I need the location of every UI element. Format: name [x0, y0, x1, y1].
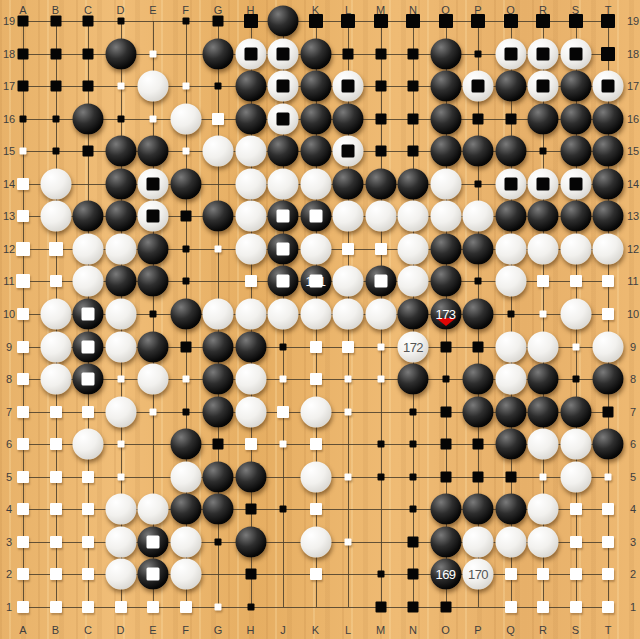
black-stone-F10[interactable] — [170, 298, 201, 329]
white-territory-marker-L12[interactable] — [342, 243, 354, 255]
black-territory-marker-A18[interactable] — [18, 48, 29, 59]
black-stone-D15[interactable] — [105, 136, 136, 167]
white-territory-marker-D8[interactable] — [117, 376, 124, 383]
white-stone-O14[interactable] — [430, 168, 461, 199]
white-territory-marker-A10[interactable] — [17, 308, 29, 320]
black-territory-marker-C19[interactable] — [83, 16, 94, 27]
white-stone-C11[interactable] — [73, 266, 104, 297]
white-stone-L13[interactable] — [333, 201, 364, 232]
black-territory-marker-F9[interactable] — [180, 341, 191, 352]
black-territory-marker-F13[interactable] — [180, 211, 191, 222]
black-stone-P8[interactable] — [463, 364, 494, 395]
black-territory-marker-P19[interactable] — [471, 14, 485, 28]
black-stone-K17[interactable] — [300, 71, 331, 102]
white-stone-K12[interactable] — [300, 233, 331, 264]
white-stone-K10[interactable] — [300, 298, 331, 329]
white-territory-marker-K6[interactable] — [310, 438, 322, 450]
white-stone-B8[interactable] — [40, 364, 71, 395]
black-territory-marker-N1[interactable] — [408, 601, 419, 612]
black-territory-marker-N17[interactable] — [408, 81, 419, 92]
black-stone-G4[interactable] — [203, 494, 234, 525]
white-territory-marker-J7[interactable] — [277, 406, 289, 418]
black-territory-marker-M1[interactable] — [375, 601, 386, 612]
black-stone-E12[interactable] — [138, 233, 169, 264]
white-stone-B13[interactable] — [40, 201, 71, 232]
white-territory-marker-T3[interactable] — [602, 536, 614, 548]
black-territory-marker-N6[interactable] — [410, 441, 417, 448]
black-stone-T14[interactable] — [593, 168, 624, 199]
black-stone-O16[interactable] — [430, 103, 461, 134]
white-stone-S6[interactable] — [560, 429, 591, 460]
white-territory-marker-R5[interactable] — [540, 473, 547, 480]
white-territory-marker-K4[interactable] — [310, 503, 322, 515]
black-stone-S16[interactable] — [560, 103, 591, 134]
black-stone-N10[interactable] — [398, 298, 429, 329]
black-territory-marker-O1[interactable] — [440, 601, 451, 612]
white-territory-marker-S11[interactable] — [570, 275, 582, 287]
black-stone-Q6[interactable] — [495, 429, 526, 460]
white-territory-marker-A4[interactable] — [17, 503, 29, 515]
white-territory-marker-F15[interactable] — [182, 148, 189, 155]
white-territory-marker-F17[interactable] — [182, 83, 189, 90]
black-territory-marker-T7[interactable] — [603, 406, 614, 417]
black-territory-marker-A16[interactable] — [20, 115, 27, 122]
white-stone-S5[interactable] — [560, 461, 591, 492]
white-stone-F5[interactable] — [170, 461, 201, 492]
white-territory-marker-B5[interactable] — [50, 471, 62, 483]
black-stone-G5[interactable] — [203, 461, 234, 492]
white-territory-marker-S9[interactable] — [572, 343, 579, 350]
white-territory-marker-B12[interactable] — [49, 242, 63, 256]
white-stone-R6[interactable] — [528, 429, 559, 460]
black-stone-J15[interactable] — [268, 136, 299, 167]
black-territory-marker-M15[interactable] — [375, 146, 386, 157]
black-territory-marker-A19[interactable] — [18, 16, 29, 27]
white-stone-B14[interactable] — [40, 168, 71, 199]
black-stone-O17[interactable] — [430, 71, 461, 102]
black-territory-marker-B15[interactable] — [52, 148, 59, 155]
white-territory-marker-M12[interactable] — [375, 243, 387, 255]
black-stone-T15[interactable] — [593, 136, 624, 167]
white-stone-D10[interactable] — [105, 298, 136, 329]
black-stone-P15[interactable] — [463, 136, 494, 167]
black-stone-F4[interactable] — [170, 494, 201, 525]
white-territory-marker-A13[interactable] — [17, 210, 29, 222]
black-territory-marker-Q16[interactable] — [505, 113, 516, 124]
black-stone-G7[interactable] — [203, 396, 234, 427]
black-territory-marker-N3[interactable] — [408, 536, 419, 547]
black-stone-E15[interactable] — [138, 136, 169, 167]
black-territory-marker-R15[interactable] — [540, 148, 547, 155]
white-territory-marker-H6[interactable] — [245, 438, 257, 450]
white-territory-marker-A12[interactable] — [16, 242, 30, 256]
black-stone-S15[interactable] — [560, 136, 591, 167]
white-territory-marker-A14[interactable] — [17, 178, 29, 190]
black-stone-C13[interactable] — [73, 201, 104, 232]
black-stone-Q15[interactable] — [495, 136, 526, 167]
white-territory-marker-K2[interactable] — [310, 568, 322, 580]
black-territory-marker-P11[interactable] — [475, 278, 482, 285]
white-territory-marker-E7[interactable] — [150, 408, 157, 415]
black-territory-marker-H2[interactable] — [245, 569, 256, 580]
black-stone-H9[interactable] — [235, 331, 266, 362]
black-stone-E9[interactable] — [138, 331, 169, 362]
black-stone-O12[interactable] — [430, 233, 461, 264]
black-territory-marker-L19[interactable] — [341, 14, 355, 28]
white-territory-marker-A15[interactable] — [20, 148, 27, 155]
black-stone-G8[interactable] — [203, 364, 234, 395]
black-territory-marker-E10[interactable] — [150, 310, 157, 317]
white-territory-marker-J8[interactable] — [280, 376, 287, 383]
black-stone-O15[interactable] — [430, 136, 461, 167]
black-stone-L16[interactable] — [333, 103, 364, 134]
black-territory-marker-N16[interactable] — [408, 113, 419, 124]
white-territory-marker-T10[interactable] — [602, 308, 614, 320]
black-territory-marker-P18[interactable] — [475, 50, 482, 57]
black-stone-R13[interactable] — [528, 201, 559, 232]
white-territory-marker-G1[interactable] — [215, 603, 222, 610]
white-stone-G10[interactable] — [203, 298, 234, 329]
white-stone-D3[interactable] — [105, 526, 136, 557]
black-stone-T6[interactable] — [593, 429, 624, 460]
white-stone-T12[interactable] — [593, 233, 624, 264]
white-stone-N12[interactable] — [398, 233, 429, 264]
black-territory-marker-O9[interactable] — [440, 341, 451, 352]
black-territory-marker-T18[interactable] — [601, 47, 615, 61]
black-territory-marker-H1[interactable] — [247, 603, 254, 610]
black-territory-marker-M17[interactable] — [375, 81, 386, 92]
black-stone-N14[interactable] — [398, 168, 429, 199]
black-territory-marker-F11[interactable] — [182, 278, 189, 285]
black-territory-marker-L18[interactable] — [343, 48, 354, 59]
white-stone-K7[interactable] — [300, 396, 331, 427]
black-territory-marker-C18[interactable] — [83, 48, 94, 59]
white-stone-P13[interactable] — [463, 201, 494, 232]
white-stone-F2[interactable] — [170, 559, 201, 590]
black-territory-marker-M6[interactable] — [377, 441, 384, 448]
white-territory-marker-F8[interactable] — [182, 376, 189, 383]
black-stone-O18[interactable] — [430, 38, 461, 69]
white-stone-D12[interactable] — [105, 233, 136, 264]
white-territory-marker-D6[interactable] — [117, 441, 124, 448]
white-territory-marker-C1[interactable] — [82, 601, 94, 613]
black-territory-marker-O19[interactable] — [439, 14, 453, 28]
black-territory-marker-O6[interactable] — [440, 439, 451, 450]
black-stone-D13[interactable] — [105, 201, 136, 232]
white-stone-E4[interactable] — [138, 494, 169, 525]
white-territory-marker-B4[interactable] — [50, 503, 62, 515]
white-territory-marker-K8[interactable] — [310, 373, 322, 385]
white-territory-marker-C7[interactable] — [82, 406, 94, 418]
black-territory-marker-D19[interactable] — [117, 18, 124, 25]
white-stone-C6[interactable] — [73, 429, 104, 460]
white-territory-marker-A7[interactable] — [17, 406, 29, 418]
white-territory-marker-D17[interactable] — [117, 83, 124, 90]
white-stone-K3[interactable] — [300, 526, 331, 557]
black-territory-marker-F7[interactable] — [182, 408, 189, 415]
black-stone-G13[interactable] — [203, 201, 234, 232]
white-stone-C12[interactable] — [73, 233, 104, 264]
white-territory-marker-T2[interactable] — [602, 568, 614, 580]
white-territory-marker-L3[interactable] — [345, 538, 352, 545]
white-territory-marker-A3[interactable] — [17, 536, 29, 548]
white-stone-H14[interactable] — [235, 168, 266, 199]
black-stone-E11[interactable] — [138, 266, 169, 297]
black-stone-S7[interactable] — [560, 396, 591, 427]
black-territory-marker-O7[interactable] — [440, 406, 451, 417]
white-stone-T9[interactable] — [593, 331, 624, 362]
white-territory-marker-B11[interactable] — [50, 275, 62, 287]
black-stone-Q4[interactable] — [495, 494, 526, 525]
white-stone-N11[interactable] — [398, 266, 429, 297]
black-stone-R8[interactable] — [528, 364, 559, 395]
white-territory-marker-C2[interactable] — [82, 568, 94, 580]
white-territory-marker-M9[interactable] — [377, 343, 384, 350]
black-stone-R7[interactable] — [528, 396, 559, 427]
black-territory-marker-F19[interactable] — [182, 18, 189, 25]
black-stone-H5[interactable] — [235, 461, 266, 492]
white-stone-N13[interactable] — [398, 201, 429, 232]
black-territory-marker-M5[interactable] — [377, 473, 384, 480]
white-territory-marker-T1[interactable] — [602, 601, 614, 613]
black-stone-H17[interactable] — [235, 71, 266, 102]
black-territory-marker-J9[interactable] — [280, 343, 287, 350]
black-stone-Q13[interactable] — [495, 201, 526, 232]
black-stone-P12[interactable] — [463, 233, 494, 264]
white-territory-marker-G16[interactable] — [212, 113, 224, 125]
white-territory-marker-E1[interactable] — [147, 601, 159, 613]
white-stone-H15[interactable] — [235, 136, 266, 167]
white-stone-B10[interactable] — [40, 298, 71, 329]
black-territory-marker-P9[interactable] — [473, 341, 484, 352]
black-stone-F6[interactable] — [170, 429, 201, 460]
black-territory-marker-N4[interactable] — [410, 506, 417, 513]
black-territory-marker-N5[interactable] — [410, 473, 417, 480]
white-territory-marker-T4[interactable] — [602, 503, 614, 515]
white-territory-marker-R10[interactable] — [540, 310, 547, 317]
black-stone-Q17[interactable] — [495, 71, 526, 102]
black-territory-marker-C15[interactable] — [83, 146, 94, 157]
white-territory-marker-K9[interactable] — [310, 341, 322, 353]
white-stone-R4[interactable] — [528, 494, 559, 525]
white-territory-marker-L8[interactable] — [345, 376, 352, 383]
white-stone-E8[interactable] — [138, 364, 169, 395]
white-stone-B9[interactable] — [40, 331, 71, 362]
black-stone-P4[interactable] — [463, 494, 494, 525]
black-stone-O4[interactable] — [430, 494, 461, 525]
black-territory-marker-D16[interactable] — [117, 115, 124, 122]
black-territory-marker-P16[interactable] — [473, 113, 484, 124]
black-territory-marker-B17[interactable] — [50, 81, 61, 92]
white-stone-H10[interactable] — [235, 298, 266, 329]
black-stone-P10[interactable] — [463, 298, 494, 329]
white-stone-D7[interactable] — [105, 396, 136, 427]
black-stone-S13[interactable] — [560, 201, 591, 232]
black-stone-P7[interactable] — [463, 396, 494, 427]
black-stone-K15[interactable] — [300, 136, 331, 167]
white-stone-Q3[interactable] — [495, 526, 526, 557]
white-territory-marker-D1[interactable] — [115, 601, 127, 613]
white-territory-marker-Q1[interactable] — [505, 601, 517, 613]
black-territory-marker-R19[interactable] — [536, 14, 550, 28]
black-territory-marker-O5[interactable] — [440, 471, 451, 482]
black-stone-T16[interactable] — [593, 103, 624, 134]
white-territory-marker-A8[interactable] — [17, 373, 29, 385]
white-stone-R12[interactable] — [528, 233, 559, 264]
white-territory-marker-S2[interactable] — [570, 568, 582, 580]
white-territory-marker-B6[interactable] — [50, 438, 62, 450]
black-territory-marker-Q5[interactable] — [505, 471, 516, 482]
white-stone-R9[interactable] — [528, 331, 559, 362]
white-territory-marker-R11[interactable] — [537, 275, 549, 287]
black-territory-marker-G3[interactable] — [215, 538, 222, 545]
black-territory-marker-H19[interactable] — [244, 14, 258, 28]
white-territory-marker-F1[interactable] — [180, 601, 192, 613]
black-stone-D11[interactable] — [105, 266, 136, 297]
white-stone-H8[interactable] — [235, 364, 266, 395]
black-stone-L14[interactable] — [333, 168, 364, 199]
white-territory-marker-E16[interactable] — [150, 115, 157, 122]
black-territory-marker-G19[interactable] — [213, 16, 224, 27]
white-territory-marker-A11[interactable] — [16, 274, 30, 288]
black-territory-marker-T19[interactable] — [601, 14, 615, 28]
black-stone-D18[interactable] — [105, 38, 136, 69]
white-stone-F16[interactable] — [170, 103, 201, 134]
black-stone-K16[interactable] — [300, 103, 331, 134]
white-stone-H7[interactable] — [235, 396, 266, 427]
white-stone-M13[interactable] — [365, 201, 396, 232]
black-territory-marker-K19[interactable] — [309, 14, 323, 28]
black-territory-marker-B18[interactable] — [50, 48, 61, 59]
black-territory-marker-P14[interactable] — [475, 180, 482, 187]
white-territory-marker-B1[interactable] — [50, 601, 62, 613]
white-territory-marker-A5[interactable] — [17, 471, 29, 483]
white-territory-marker-C3[interactable] — [82, 536, 94, 548]
black-territory-marker-H4[interactable] — [245, 504, 256, 515]
black-territory-marker-C17[interactable] — [83, 81, 94, 92]
white-territory-marker-L7[interactable] — [345, 408, 352, 415]
black-territory-marker-S19[interactable] — [569, 14, 583, 28]
black-territory-marker-N18[interactable] — [408, 48, 419, 59]
black-stone-T13[interactable] — [593, 201, 624, 232]
white-territory-marker-L5[interactable] — [345, 473, 352, 480]
black-stone-H16[interactable] — [235, 103, 266, 134]
white-stone-M10[interactable] — [365, 298, 396, 329]
white-territory-marker-T5[interactable] — [605, 473, 612, 480]
white-territory-marker-D5[interactable] — [117, 473, 124, 480]
black-territory-marker-F12[interactable] — [182, 245, 189, 252]
black-stone-K18[interactable] — [300, 38, 331, 69]
white-territory-marker-E18[interactable] — [150, 50, 157, 57]
black-stone-O3[interactable] — [430, 526, 461, 557]
black-stone-T8[interactable] — [593, 364, 624, 395]
white-territory-marker-S1[interactable] — [570, 601, 582, 613]
white-territory-marker-B2[interactable] — [50, 568, 62, 580]
black-stone-D14[interactable] — [105, 168, 136, 199]
black-stone-O11[interactable] — [430, 266, 461, 297]
black-territory-marker-N7[interactable] — [410, 408, 417, 415]
white-territory-marker-B7[interactable] — [50, 406, 62, 418]
black-territory-marker-G6[interactable] — [213, 439, 224, 450]
black-territory-marker-O8[interactable] — [442, 376, 449, 383]
white-stone-G15[interactable] — [203, 136, 234, 167]
white-stone-P3[interactable] — [463, 526, 494, 557]
black-stone-J19[interactable] — [268, 6, 299, 37]
black-territory-marker-A17[interactable] — [18, 81, 29, 92]
white-stone-S10[interactable] — [560, 298, 591, 329]
white-territory-marker-M8[interactable] — [377, 376, 384, 383]
black-territory-marker-Q10[interactable] — [507, 310, 514, 317]
white-territory-marker-G12[interactable] — [215, 245, 222, 252]
black-territory-marker-S8[interactable] — [572, 376, 579, 383]
black-stone-C16[interactable] — [73, 103, 104, 134]
white-stone-F3[interactable] — [170, 526, 201, 557]
white-stone-D2[interactable] — [105, 559, 136, 590]
black-territory-marker-J4[interactable] — [280, 506, 287, 513]
black-stone-R16[interactable] — [528, 103, 559, 134]
white-territory-marker-B3[interactable] — [50, 536, 62, 548]
white-territory-marker-R1[interactable] — [537, 601, 549, 613]
white-territory-marker-A6[interactable] — [17, 438, 29, 450]
white-stone-R3[interactable] — [528, 526, 559, 557]
white-territory-marker-C4[interactable] — [82, 503, 94, 515]
white-stone-S12[interactable] — [560, 233, 591, 264]
white-stone-D9[interactable] — [105, 331, 136, 362]
white-stone-L11[interactable] — [333, 266, 364, 297]
black-territory-marker-M19[interactable] — [374, 14, 388, 28]
black-territory-marker-M16[interactable] — [375, 113, 386, 124]
white-stone-Q11[interactable] — [495, 266, 526, 297]
white-stone-L10[interactable] — [333, 298, 364, 329]
white-stone-E17[interactable] — [138, 71, 169, 102]
white-territory-marker-S4[interactable] — [570, 503, 582, 515]
white-stone-Q8[interactable] — [495, 364, 526, 395]
black-stone-F14[interactable] — [170, 168, 201, 199]
white-territory-marker-L9[interactable] — [342, 341, 354, 353]
black-stone-G18[interactable] — [203, 38, 234, 69]
white-stone-D4[interactable] — [105, 494, 136, 525]
black-stone-G9[interactable] — [203, 331, 234, 362]
white-territory-marker-A1[interactable] — [17, 601, 29, 613]
black-stone-N8[interactable] — [398, 364, 429, 395]
white-stone-H12[interactable] — [235, 233, 266, 264]
white-territory-marker-H11[interactable] — [245, 275, 257, 287]
black-territory-marker-P6[interactable] — [473, 439, 484, 450]
white-territory-marker-A9[interactable] — [17, 341, 29, 353]
black-stone-M14[interactable] — [365, 168, 396, 199]
black-territory-marker-N2[interactable] — [408, 569, 419, 580]
white-territory-marker-J6[interactable] — [280, 441, 287, 448]
black-territory-marker-M18[interactable] — [375, 48, 386, 59]
white-stone-O13[interactable] — [430, 201, 461, 232]
white-territory-marker-Q2[interactable] — [505, 568, 517, 580]
white-stone-Q12[interactable] — [495, 233, 526, 264]
white-stone-H13[interactable] — [235, 201, 266, 232]
white-territory-marker-S3[interactable] — [570, 536, 582, 548]
black-territory-marker-Q19[interactable] — [504, 14, 518, 28]
white-territory-marker-C5[interactable] — [82, 471, 94, 483]
white-territory-marker-A2[interactable] — [17, 568, 29, 580]
black-stone-H3[interactable] — [235, 526, 266, 557]
black-territory-marker-N19[interactable] — [406, 14, 420, 28]
black-stone-Q7[interactable] — [495, 396, 526, 427]
white-stone-J14[interactable] — [268, 168, 299, 199]
black-territory-marker-M2[interactable] — [377, 571, 384, 578]
black-territory-marker-B19[interactable] — [50, 16, 61, 27]
white-territory-marker-T11[interactable] — [602, 275, 614, 287]
white-stone-Q9[interactable] — [495, 331, 526, 362]
black-territory-marker-P5[interactable] — [473, 471, 484, 482]
